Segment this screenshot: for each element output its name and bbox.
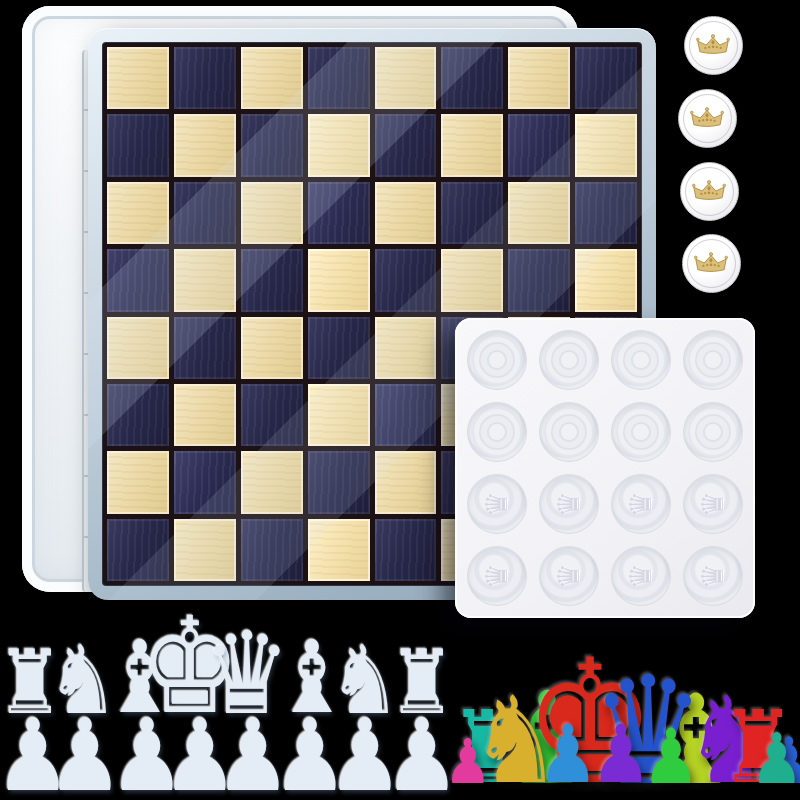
crown-checker: [678, 89, 737, 148]
square-c2: [241, 451, 303, 513]
colored-pawn-piece: ♟: [637, 719, 705, 795]
square-b8: [174, 47, 236, 109]
square-e3: [375, 384, 437, 446]
mold-cavity: [467, 402, 527, 462]
square-a3: [107, 384, 169, 446]
cavity-crown-pattern: ♛: [626, 563, 656, 590]
mold-cavity: ♛: [683, 474, 743, 534]
square-b1: [174, 519, 236, 581]
cavity-rings-pattern: [703, 350, 723, 370]
square-b7: [174, 114, 236, 176]
square-h5: [575, 249, 637, 311]
square-b5: [174, 249, 236, 311]
square-d2: [308, 451, 370, 513]
square-f6: [441, 182, 503, 244]
square-e8: [375, 47, 437, 109]
square-c1: [241, 519, 303, 581]
square-b6: [174, 182, 236, 244]
cavity-rings-pattern: [559, 350, 579, 370]
colored-pawn-piece: ♟: [440, 731, 496, 793]
square-h6: [575, 182, 637, 244]
square-b3: [174, 384, 236, 446]
square-f8: [441, 47, 503, 109]
square-c7: [241, 114, 303, 176]
mold-cavity: ♛: [467, 474, 527, 534]
mold-cavity: ♛: [611, 474, 671, 534]
crown-checker: [682, 234, 741, 293]
square-b2: [174, 451, 236, 513]
crown-icon: [694, 252, 728, 274]
piece-glyph: ♟: [642, 719, 700, 795]
square-e1: [375, 519, 437, 581]
mold-cavity: ♛: [467, 546, 527, 606]
square-d6: [308, 182, 370, 244]
square-a1: [107, 519, 169, 581]
cavity-crown-pattern: ♛: [698, 491, 728, 518]
square-c6: [241, 182, 303, 244]
cavity-rings-pattern: [703, 422, 723, 442]
crown-checker: [680, 162, 739, 221]
square-e7: [375, 114, 437, 176]
cavity-crown-pattern: ♛: [554, 563, 584, 590]
square-f5: [441, 249, 503, 311]
square-d5: [308, 249, 370, 311]
square-d7: [308, 114, 370, 176]
colored-pawn-piece: ♟: [746, 724, 800, 794]
square-g6: [508, 182, 570, 244]
cavity-rings-pattern: [631, 422, 651, 442]
checkers-silicone-mold: ♛♛♛♛♛♛♛♛: [455, 318, 755, 618]
crown-icon: [696, 34, 730, 56]
mold-cavity: ♛: [539, 474, 599, 534]
mold-cavity: [683, 330, 743, 390]
square-a4: [107, 317, 169, 379]
piece-glyph: ♟: [444, 731, 491, 793]
mold-cavity: ♛: [611, 546, 671, 606]
square-d3: [308, 384, 370, 446]
square-c3: [241, 384, 303, 446]
piece-glyph: ♟: [750, 724, 800, 794]
square-d8: [308, 47, 370, 109]
cavity-crown-pattern: ♛: [698, 563, 728, 590]
square-a6: [107, 182, 169, 244]
square-b4: [174, 317, 236, 379]
square-h7: [575, 114, 637, 176]
crown-icon: [692, 180, 726, 202]
square-e4: [375, 317, 437, 379]
square-c4: [241, 317, 303, 379]
mold-cavity: [539, 402, 599, 462]
square-f7: [441, 114, 503, 176]
cavity-crown-pattern: ♛: [626, 491, 656, 518]
square-g5: [508, 249, 570, 311]
cavity-rings-pattern: [487, 350, 507, 370]
mold-cavity: [467, 330, 527, 390]
cavity-crown-pattern: ♛: [482, 563, 512, 590]
cavity-rings-pattern: [631, 350, 651, 370]
crown-checker: [684, 16, 743, 75]
cavity-crown-pattern: ♛: [554, 491, 584, 518]
square-c5: [241, 249, 303, 311]
square-a7: [107, 114, 169, 176]
product-photo-stage: ♛♛♛♛♛♛♛♛ ♜♞♝♚♛♝♞♜♟♟♟♟♟♟♟♟ ♟♜♞♝♟♚♟♛♟♝♞♜♟♟: [0, 0, 800, 800]
square-e6: [375, 182, 437, 244]
cavity-rings-pattern: [487, 422, 507, 442]
square-a2: [107, 451, 169, 513]
square-g8: [508, 47, 570, 109]
square-e5: [375, 249, 437, 311]
crown-icon: [690, 107, 724, 129]
square-a8: [107, 47, 169, 109]
square-d1: [308, 519, 370, 581]
checkers-mold-grid: ♛♛♛♛♛♛♛♛: [467, 330, 743, 606]
mold-cavity: [611, 402, 671, 462]
square-h8: [575, 47, 637, 109]
mold-cavity: ♛: [683, 546, 743, 606]
mold-cavity: ♛: [539, 546, 599, 606]
cavity-crown-pattern: ♛: [482, 491, 512, 518]
square-c8: [241, 47, 303, 109]
mold-cavity: [539, 330, 599, 390]
square-d4: [308, 317, 370, 379]
square-e2: [375, 451, 437, 513]
square-g7: [508, 114, 570, 176]
square-a5: [107, 249, 169, 311]
mold-cavity: [683, 402, 743, 462]
cavity-rings-pattern: [559, 422, 579, 442]
mold-cavity: [611, 330, 671, 390]
